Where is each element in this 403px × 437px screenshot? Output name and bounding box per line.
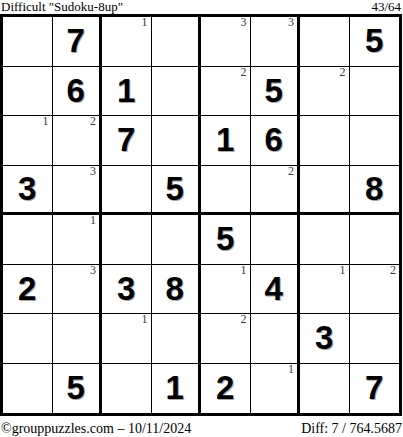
cell-r2c4[interactable] bbox=[152, 67, 202, 117]
given-digit: 3 bbox=[3, 166, 52, 213]
given-digit: 8 bbox=[152, 265, 199, 314]
given-digit: 4 bbox=[251, 265, 298, 314]
cell-r8c5[interactable]: 2 bbox=[201, 364, 251, 414]
given-digit: 8 bbox=[350, 166, 400, 213]
cell-r3c4[interactable] bbox=[152, 116, 202, 166]
cell-r3c1[interactable]: 1 bbox=[3, 116, 53, 166]
pencil-mark: 2 bbox=[390, 263, 396, 277]
sudoku-grid: 71335612521271633528152338141212351217 bbox=[0, 14, 402, 416]
given-digit: 5 bbox=[350, 17, 400, 66]
cell-r1c1[interactable] bbox=[3, 17, 53, 67]
pencil-mark: 1 bbox=[142, 312, 148, 326]
cell-r7c4[interactable] bbox=[152, 314, 202, 364]
cell-r2c2[interactable]: 6 bbox=[53, 67, 103, 117]
cell-r8c1[interactable] bbox=[3, 364, 53, 414]
given-digit: 3 bbox=[102, 265, 151, 314]
cell-r8c7[interactable] bbox=[300, 364, 350, 414]
cell-r7c2[interactable] bbox=[53, 314, 103, 364]
cell-r1c7[interactable] bbox=[300, 17, 350, 67]
cell-r1c6[interactable]: 3 bbox=[251, 17, 301, 67]
cell-r2c6[interactable]: 5 bbox=[251, 67, 301, 117]
given-digit: 5 bbox=[251, 67, 298, 116]
pencil-mark: 1 bbox=[43, 114, 49, 128]
page-header: Difficult "Sudoku-8up" 43/64 bbox=[0, 0, 403, 14]
cell-r7c7[interactable]: 3 bbox=[300, 314, 350, 364]
pencil-mark: 1 bbox=[90, 213, 96, 227]
cell-r7c6[interactable] bbox=[251, 314, 301, 364]
cell-r6c6[interactable]: 4 bbox=[251, 265, 301, 315]
pencil-mark: 2 bbox=[90, 114, 96, 128]
given-digit: 7 bbox=[102, 116, 151, 165]
pencil-mark: 1 bbox=[340, 263, 346, 277]
cell-r4c5[interactable] bbox=[201, 166, 251, 216]
pencil-mark: 1 bbox=[288, 362, 294, 376]
cell-r2c3[interactable]: 1 bbox=[102, 67, 152, 117]
cell-r6c1[interactable]: 2 bbox=[3, 265, 53, 315]
cell-r7c5[interactable]: 2 bbox=[201, 314, 251, 364]
pencil-mark: 3 bbox=[90, 164, 96, 178]
cell-r6c8[interactable]: 2 bbox=[350, 265, 400, 315]
cell-r5c7[interactable] bbox=[300, 215, 350, 265]
cell-r6c2[interactable]: 3 bbox=[53, 265, 103, 315]
cell-r5c6[interactable] bbox=[251, 215, 301, 265]
cell-r5c4[interactable] bbox=[152, 215, 202, 265]
cell-r1c4[interactable] bbox=[152, 17, 202, 67]
cell-r4c1[interactable]: 3 bbox=[3, 166, 53, 216]
pencil-mark: 3 bbox=[90, 263, 96, 277]
puzzle-counter: 43/64 bbox=[371, 0, 401, 14]
cell-r5c2[interactable]: 1 bbox=[53, 215, 103, 265]
cell-r8c2[interactable]: 5 bbox=[53, 364, 103, 414]
cell-r8c6[interactable]: 1 bbox=[251, 364, 301, 414]
cell-r1c3[interactable]: 1 bbox=[102, 17, 152, 67]
given-digit: 1 bbox=[102, 67, 151, 116]
cell-r4c4[interactable]: 5 bbox=[152, 166, 202, 216]
pencil-mark: 1 bbox=[142, 15, 148, 29]
cell-r3c2[interactable]: 2 bbox=[53, 116, 103, 166]
cell-r6c7[interactable]: 1 bbox=[300, 265, 350, 315]
given-digit: 5 bbox=[201, 215, 250, 264]
cell-r4c2[interactable]: 3 bbox=[53, 166, 103, 216]
given-digit: 3 bbox=[300, 314, 349, 363]
cell-r5c5[interactable]: 5 bbox=[201, 215, 251, 265]
cell-r3c5[interactable]: 1 bbox=[201, 116, 251, 166]
cell-r2c1[interactable] bbox=[3, 67, 53, 117]
cell-r4c8[interactable]: 8 bbox=[350, 166, 400, 216]
pencil-mark: 1 bbox=[241, 263, 247, 277]
cell-r6c5[interactable]: 1 bbox=[201, 265, 251, 315]
given-digit: 7 bbox=[53, 17, 100, 66]
cell-r5c3[interactable] bbox=[102, 215, 152, 265]
copyright-text: ©grouppuzzles.com – 10/11/2024 bbox=[1, 421, 191, 437]
pencil-mark: 2 bbox=[241, 65, 247, 79]
cell-r8c3[interactable] bbox=[102, 364, 152, 414]
pencil-mark: 3 bbox=[241, 15, 247, 29]
given-digit: 1 bbox=[152, 364, 199, 414]
cell-r8c4[interactable]: 1 bbox=[152, 364, 202, 414]
given-digit: 5 bbox=[53, 364, 100, 414]
cell-r2c7[interactable]: 2 bbox=[300, 67, 350, 117]
pencil-mark: 2 bbox=[340, 65, 346, 79]
cell-r7c3[interactable]: 1 bbox=[102, 314, 152, 364]
cell-r4c3[interactable] bbox=[102, 166, 152, 216]
given-digit: 1 bbox=[201, 116, 250, 165]
page-footer: ©grouppuzzles.com – 10/11/2024 Diff: 7 /… bbox=[0, 416, 403, 437]
cell-r1c2[interactable]: 7 bbox=[53, 17, 103, 67]
given-digit: 2 bbox=[201, 364, 250, 414]
pencil-mark: 2 bbox=[288, 164, 294, 178]
cell-r3c7[interactable] bbox=[300, 116, 350, 166]
cell-r1c8[interactable]: 5 bbox=[350, 17, 400, 67]
given-digit: 2 bbox=[3, 265, 52, 314]
pencil-mark: 3 bbox=[288, 15, 294, 29]
cell-r3c6[interactable]: 6 bbox=[251, 116, 301, 166]
cell-r2c5[interactable]: 2 bbox=[201, 67, 251, 117]
cell-r5c8[interactable] bbox=[350, 215, 400, 265]
puzzle-title: Difficult "Sudoku-8up" bbox=[1, 0, 123, 14]
given-digit: 5 bbox=[152, 166, 199, 213]
cell-r8c8[interactable]: 7 bbox=[350, 364, 400, 414]
cell-r2c8[interactable] bbox=[350, 67, 400, 117]
given-digit: 6 bbox=[251, 116, 298, 165]
cell-r1c5[interactable]: 3 bbox=[201, 17, 251, 67]
cell-r4c7[interactable] bbox=[300, 166, 350, 216]
cell-r3c3[interactable]: 7 bbox=[102, 116, 152, 166]
cell-r7c1[interactable] bbox=[3, 314, 53, 364]
cell-r3c8[interactable] bbox=[350, 116, 400, 166]
cell-r7c8[interactable] bbox=[350, 314, 400, 364]
difficulty-text: Diff: 7 / 764.5687 bbox=[301, 421, 402, 437]
given-digit: 7 bbox=[350, 364, 400, 414]
cell-r5c1[interactable] bbox=[3, 215, 53, 265]
cell-r6c4[interactable]: 8 bbox=[152, 265, 202, 315]
given-digit: 6 bbox=[53, 67, 100, 116]
pencil-mark: 2 bbox=[241, 312, 247, 326]
cell-r6c3[interactable]: 3 bbox=[102, 265, 152, 315]
cell-r4c6[interactable]: 2 bbox=[251, 166, 301, 216]
